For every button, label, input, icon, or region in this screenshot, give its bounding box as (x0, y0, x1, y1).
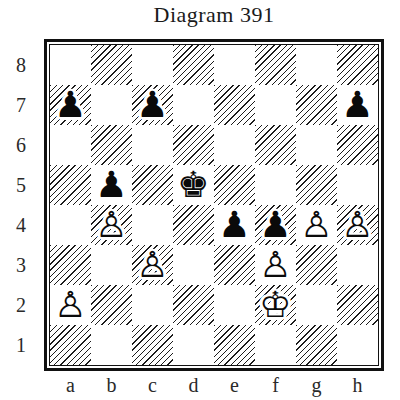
square-d8 (173, 45, 214, 85)
square-h6 (337, 125, 378, 165)
chess-board: ♟♟♟♟♚♙♟♟♙♙♙♙♙♔ (49, 44, 379, 366)
square-f1 (255, 325, 296, 365)
file-label-h: h (337, 373, 378, 397)
square-a3 (50, 245, 91, 285)
square-g1 (296, 325, 337, 365)
square-g6 (296, 125, 337, 165)
square-c3: ♙ (132, 245, 173, 285)
white-pawn-b4: ♙ (95, 205, 127, 245)
square-e5 (214, 165, 255, 205)
square-h1 (337, 325, 378, 365)
white-pawn-c3: ♙ (136, 245, 168, 285)
square-e6 (214, 125, 255, 165)
black-pawn-h7: ♟ (341, 85, 373, 125)
rank-label-4: 4 (8, 205, 34, 245)
black-pawn-c7: ♟ (136, 85, 168, 125)
square-d3 (173, 245, 214, 285)
square-a7: ♟ (50, 85, 91, 125)
square-h2 (337, 285, 378, 325)
square-a5 (50, 165, 91, 205)
square-a2: ♙ (50, 285, 91, 325)
file-label-e: e (214, 373, 255, 397)
white-pawn-a2: ♙ (54, 285, 86, 325)
square-b7 (91, 85, 132, 125)
square-d1 (173, 325, 214, 365)
black-pawn-a7: ♟ (54, 85, 86, 125)
chess-diagram-page: Diagram 391 87654321 ♟♟♟♟♚♙♟♟♙♙♙♙♙♔ abcd… (0, 0, 400, 400)
square-d4 (173, 205, 214, 245)
square-g2 (296, 285, 337, 325)
black-pawn-f4: ♟ (259, 205, 291, 245)
square-b5: ♟ (91, 165, 132, 205)
black-pawn-e4: ♟ (218, 205, 250, 245)
square-e4: ♟ (214, 205, 255, 245)
file-label-g: g (296, 373, 337, 397)
square-g4: ♙ (296, 205, 337, 245)
square-g7 (296, 85, 337, 125)
square-f8 (255, 45, 296, 85)
square-b8 (91, 45, 132, 85)
rank-label-7: 7 (8, 85, 34, 125)
square-h7: ♟ (337, 85, 378, 125)
square-c5 (132, 165, 173, 205)
square-h3 (337, 245, 378, 285)
square-d7 (173, 85, 214, 125)
black-pawn-b5: ♟ (95, 165, 127, 205)
square-a4 (50, 205, 91, 245)
rank-label-6: 6 (8, 125, 34, 165)
square-c6 (132, 125, 173, 165)
square-b1 (91, 325, 132, 365)
square-d2 (173, 285, 214, 325)
square-f4: ♟ (255, 205, 296, 245)
white-pawn-g4: ♙ (300, 205, 332, 245)
square-c4 (132, 205, 173, 245)
rank-label-3: 3 (8, 245, 34, 285)
square-e7 (214, 85, 255, 125)
rank-label-5: 5 (8, 165, 34, 205)
black-king-d5: ♚ (177, 165, 209, 205)
rank-label-8: 8 (8, 45, 34, 85)
square-e1 (214, 325, 255, 365)
square-e2 (214, 285, 255, 325)
square-c7: ♟ (132, 85, 173, 125)
square-d5: ♚ (173, 165, 214, 205)
square-c1 (132, 325, 173, 365)
file-label-c: c (132, 373, 173, 397)
square-h8 (337, 45, 378, 85)
square-e3 (214, 245, 255, 285)
square-e8 (214, 45, 255, 85)
square-f5 (255, 165, 296, 205)
square-g3 (296, 245, 337, 285)
diagram-title: Diagram 391 (44, 2, 384, 28)
square-g8 (296, 45, 337, 85)
file-label-a: a (50, 373, 91, 397)
square-g5 (296, 165, 337, 205)
square-b2 (91, 285, 132, 325)
white-king-f2: ♔ (259, 285, 291, 325)
square-a6 (50, 125, 91, 165)
square-f7 (255, 85, 296, 125)
square-h5 (337, 165, 378, 205)
square-b6 (91, 125, 132, 165)
rank-label-2: 2 (8, 285, 34, 325)
file-label-b: b (91, 373, 132, 397)
chess-board-frame: ♟♟♟♟♚♙♟♟♙♙♙♙♙♔ (44, 39, 384, 371)
square-a8 (50, 45, 91, 85)
square-f2: ♔ (255, 285, 296, 325)
square-c2 (132, 285, 173, 325)
rank-label-1: 1 (8, 325, 34, 365)
square-f6 (255, 125, 296, 165)
square-c8 (132, 45, 173, 85)
square-a1 (50, 325, 91, 365)
square-d6 (173, 125, 214, 165)
file-label-f: f (255, 373, 296, 397)
square-b3 (91, 245, 132, 285)
square-f3: ♙ (255, 245, 296, 285)
square-h4: ♙ (337, 205, 378, 245)
file-label-d: d (173, 373, 214, 397)
white-pawn-h4: ♙ (341, 205, 373, 245)
white-pawn-f3: ♙ (259, 245, 291, 285)
square-b4: ♙ (91, 205, 132, 245)
